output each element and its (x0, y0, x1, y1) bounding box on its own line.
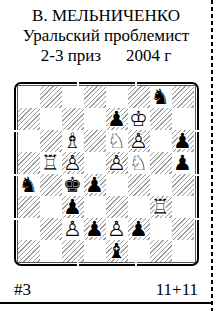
piece-halo: ♟ (172, 152, 194, 174)
square-f7: ♚♔ (128, 108, 150, 130)
square-b3 (40, 196, 62, 218)
white-pawn: ♙ (106, 218, 128, 240)
square-e5: ♟♙ (106, 152, 128, 174)
square-c5: ♟♙ (62, 152, 84, 174)
square-a4: ♞♞ (18, 174, 40, 196)
square-g4 (150, 174, 172, 196)
piece-halo: ♟ (84, 218, 106, 240)
stipulation-label: #3 (14, 281, 31, 299)
chess-board: ♞♞♟♟♚♔♝♗♞♘♟♙♟♟♜♖♟♙♟♙♞♘♟♟♞♞♚♚♟♟♟♟♜♖♟♙♟♟♟♙… (14, 82, 199, 266)
piece-halo: ♟ (128, 218, 150, 240)
square-d7 (84, 108, 106, 130)
board-grid: ♞♞♟♟♚♔♝♗♞♘♟♙♟♟♜♖♟♙♟♙♞♘♟♟♞♞♚♚♟♟♟♟♜♖♟♙♟♟♟♙… (18, 86, 195, 262)
square-c4: ♚♚ (62, 174, 84, 196)
square-h6: ♟♟ (172, 130, 194, 152)
square-f5: ♞♘ (128, 152, 150, 174)
square-h5: ♟♟ (172, 152, 194, 174)
border-tick (14, 218, 19, 220)
square-f4 (128, 174, 150, 196)
white-king: ♔ (128, 108, 150, 130)
square-a3 (18, 196, 40, 218)
piece-halo: ♟ (106, 108, 128, 130)
piece-halo: ♟ (106, 218, 128, 240)
square-f3 (128, 196, 150, 218)
white-knight: ♘ (106, 130, 128, 152)
white-knight: ♘ (128, 152, 150, 174)
square-b5: ♜♖ (40, 152, 62, 174)
square-a1 (18, 240, 40, 262)
square-a5 (18, 152, 40, 174)
border-tick (77, 261, 79, 266)
piece-halo: ♝ (106, 240, 128, 262)
piece-halo: ♟ (172, 130, 194, 152)
square-d4: ♟♟ (84, 174, 106, 196)
diagram-header: В. МЕЛЬНИЧЕНКО Уральский проблемист 2-3 … (0, 0, 212, 66)
black-pawn: ♟ (106, 108, 128, 130)
square-f2: ♟♟ (128, 218, 150, 240)
border-tick (135, 261, 137, 266)
square-f8 (128, 86, 150, 108)
square-e7: ♟♟ (106, 108, 128, 130)
diagram-column: В. МЕЛЬНИЧЕНКО Уральский проблемист 2-3 … (0, 0, 212, 299)
square-h7 (172, 108, 194, 130)
black-king: ♚ (62, 174, 84, 196)
square-c7 (62, 108, 84, 130)
square-a7 (18, 108, 40, 130)
border-tick (194, 174, 199, 176)
square-e3 (106, 196, 128, 218)
black-knight: ♞ (18, 174, 40, 196)
border-tick (14, 130, 19, 132)
black-pawn: ♟ (84, 218, 106, 240)
white-pawn: ♙ (128, 130, 150, 152)
square-b6 (40, 130, 62, 152)
square-e6: ♞♘ (106, 130, 128, 152)
square-e1: ♝♝ (106, 240, 128, 262)
award-label: 2-3 приз (41, 46, 101, 66)
white-rook: ♖ (40, 152, 62, 174)
border-tick (194, 130, 199, 132)
border-tick (194, 218, 199, 220)
piece-halo: ♞ (18, 174, 40, 196)
page-cut-line-horizontal (0, 302, 213, 304)
piece-halo: ♚ (128, 108, 150, 130)
square-d8 (84, 86, 106, 108)
square-b1 (40, 240, 62, 262)
square-h3 (172, 196, 194, 218)
square-e2: ♟♙ (106, 218, 128, 240)
piece-halo: ♟ (62, 196, 84, 218)
square-c2: ♟♙ (62, 218, 84, 240)
square-c3: ♟♟ (62, 196, 84, 218)
piece-halo: ♟ (84, 174, 106, 196)
square-g3: ♜♖ (150, 196, 172, 218)
square-b4 (40, 174, 62, 196)
square-g8: ♞♞ (150, 86, 172, 108)
page-cut-line-vertical (211, 0, 213, 311)
square-f1 (128, 240, 150, 262)
piece-halo: ♞ (150, 86, 172, 108)
square-c6: ♝♗ (62, 130, 84, 152)
square-b2 (40, 218, 62, 240)
piece-halo: ♟ (106, 152, 128, 174)
white-rook: ♖ (150, 196, 172, 218)
square-h1 (172, 240, 194, 262)
white-pawn: ♙ (62, 218, 84, 240)
border-tick (135, 82, 137, 87)
square-h2 (172, 218, 194, 240)
piece-halo: ♝ (62, 130, 84, 152)
square-d5 (84, 152, 106, 174)
border-tick (77, 82, 79, 87)
black-bishop: ♝ (106, 240, 128, 262)
board-inner-border: ♞♞♟♟♚♔♝♗♞♘♟♙♟♟♜♖♟♙♟♙♞♘♟♟♞♞♚♚♟♟♟♟♜♖♟♙♟♟♟♙… (17, 85, 196, 263)
award-row: 2-3 приз 2004 г (0, 46, 212, 66)
piece-halo: ♟ (62, 218, 84, 240)
black-pawn: ♟ (172, 130, 194, 152)
black-pawn: ♟ (62, 196, 84, 218)
square-d6 (84, 130, 106, 152)
white-pawn: ♙ (62, 152, 84, 174)
square-g2 (150, 218, 172, 240)
square-h4 (172, 174, 194, 196)
black-knight: ♞ (150, 86, 172, 108)
square-f6: ♟♙ (128, 130, 150, 152)
square-g5 (150, 152, 172, 174)
white-bishop: ♗ (62, 130, 84, 152)
board-frame: ♞♞♟♟♚♔♝♗♞♘♟♙♟♟♜♖♟♙♟♙♞♘♟♟♞♞♚♚♟♟♟♟♜♖♟♙♟♟♟♙… (14, 82, 199, 266)
piece-count-label: 11+11 (156, 281, 198, 299)
year-label: 2004 г (126, 46, 171, 66)
border-tick (14, 174, 19, 176)
square-c8 (62, 86, 84, 108)
page: В. МЕЛЬНИЧЕНКО Уральский проблемист 2-3 … (0, 0, 220, 311)
square-b7 (40, 108, 62, 130)
composer-name: В. МЕЛЬНИЧЕНКО (0, 6, 212, 26)
black-pawn: ♟ (172, 152, 194, 174)
square-a2 (18, 218, 40, 240)
piece-halo: ♟ (128, 130, 150, 152)
square-g6 (150, 130, 172, 152)
diagram-footer: #3 11+11 (0, 281, 212, 299)
square-g1 (150, 240, 172, 262)
piece-halo: ♜ (40, 152, 62, 174)
source-name: Уральский проблемист (0, 26, 212, 46)
square-e4 (106, 174, 128, 196)
piece-halo: ♞ (106, 130, 128, 152)
piece-halo: ♜ (150, 196, 172, 218)
piece-halo: ♞ (128, 152, 150, 174)
piece-halo: ♟ (62, 152, 84, 174)
black-pawn: ♟ (128, 218, 150, 240)
black-pawn: ♟ (84, 174, 106, 196)
square-c1 (62, 240, 84, 262)
square-e8 (106, 86, 128, 108)
square-d3 (84, 196, 106, 218)
square-d2: ♟♟ (84, 218, 106, 240)
square-d1 (84, 240, 106, 262)
square-a6 (18, 130, 40, 152)
square-h8 (172, 86, 194, 108)
square-g7 (150, 108, 172, 130)
piece-halo: ♚ (62, 174, 84, 196)
white-pawn: ♙ (106, 152, 128, 174)
square-b8 (40, 86, 62, 108)
square-a8 (18, 86, 40, 108)
